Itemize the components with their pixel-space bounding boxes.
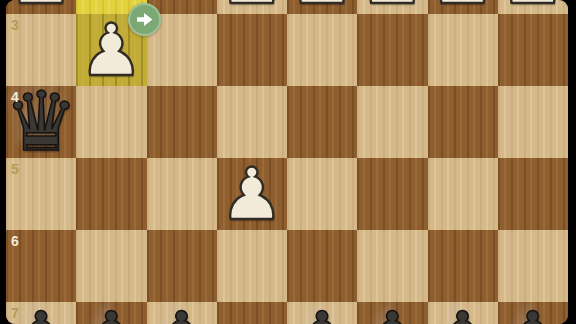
square-g5[interactable] xyxy=(76,158,146,230)
square-c6[interactable] xyxy=(357,230,427,302)
square-g6[interactable] xyxy=(76,230,146,302)
black-pawn: ♟ xyxy=(76,302,146,324)
white-pawn: ♟ xyxy=(217,158,287,230)
white-pawn: ♟ xyxy=(428,0,498,14)
square-e6[interactable] xyxy=(217,230,287,302)
square-e2[interactable]: ♟ xyxy=(217,0,287,14)
black-pawn: ♟ xyxy=(498,302,568,324)
square-h4[interactable]: 4♛ xyxy=(6,86,76,158)
square-b7[interactable]: ♟ xyxy=(428,302,498,324)
square-e3[interactable] xyxy=(217,14,287,86)
square-c5[interactable] xyxy=(357,158,427,230)
square-f6[interactable] xyxy=(147,230,217,302)
square-f4[interactable] xyxy=(147,86,217,158)
square-g7[interactable]: ♟ xyxy=(76,302,146,324)
white-pawn: ♟ xyxy=(6,0,76,14)
white-pawn: ♟ xyxy=(287,0,357,14)
square-d4[interactable] xyxy=(287,86,357,158)
square-e7[interactable] xyxy=(217,302,287,324)
square-h6[interactable]: 6 xyxy=(6,230,76,302)
square-b5[interactable] xyxy=(428,158,498,230)
screen-bezel-left xyxy=(0,0,6,324)
black-pawn: ♟ xyxy=(287,302,357,324)
white-pawn: ♟ xyxy=(357,0,427,14)
square-c7[interactable]: ♟ xyxy=(357,302,427,324)
square-h5[interactable]: 5 xyxy=(6,158,76,230)
square-e5[interactable]: ♟ xyxy=(217,158,287,230)
square-c2[interactable]: ♟ xyxy=(357,0,427,14)
square-f7[interactable]: ♟ xyxy=(147,302,217,324)
square-h7[interactable]: 7♟ xyxy=(6,302,76,324)
square-a5[interactable] xyxy=(498,158,568,230)
rank-label-6: 6 xyxy=(11,233,19,249)
black-pawn: ♟ xyxy=(357,302,427,324)
white-pawn: ♟ xyxy=(217,0,287,14)
black-pawn: ♟ xyxy=(428,302,498,324)
screen-bezel-right xyxy=(568,0,576,324)
square-b3[interactable] xyxy=(428,14,498,86)
square-h3[interactable]: 3 xyxy=(6,14,76,86)
rank-label-4: 4 xyxy=(11,89,19,105)
square-e4[interactable] xyxy=(217,86,287,158)
rank-label-5: 5 xyxy=(11,161,19,177)
square-b6[interactable] xyxy=(428,230,498,302)
black-pawn: ♟ xyxy=(147,302,217,324)
square-g4[interactable] xyxy=(76,86,146,158)
square-a4[interactable] xyxy=(498,86,568,158)
next-move-button[interactable] xyxy=(128,3,161,36)
square-a6[interactable] xyxy=(498,230,568,302)
board-grid: 1♜♞♝♚♛♝♞♜2♟♟♟♟♟♟3♟4♛5♟67♟♟♟♟♟♟♟8♜♞♝♚♝♞♜ xyxy=(6,0,568,324)
rank-label-7: 7 xyxy=(11,305,19,321)
white-pawn: ♟ xyxy=(498,0,568,14)
square-a7[interactable]: ♟ xyxy=(498,302,568,324)
square-d6[interactable] xyxy=(287,230,357,302)
square-d5[interactable] xyxy=(287,158,357,230)
square-f5[interactable] xyxy=(147,158,217,230)
square-d3[interactable] xyxy=(287,14,357,86)
arrow-right-icon xyxy=(134,9,155,30)
rank-label-3: 3 xyxy=(11,17,19,33)
square-b4[interactable] xyxy=(428,86,498,158)
square-d2[interactable]: ♟ xyxy=(287,0,357,14)
square-a2[interactable]: ♟ xyxy=(498,0,568,14)
square-a3[interactable] xyxy=(498,14,568,86)
square-b2[interactable]: ♟ xyxy=(428,0,498,14)
chess-board: 1♜♞♝♚♛♝♞♜2♟♟♟♟♟♟3♟4♛5♟67♟♟♟♟♟♟♟8♜♞♝♚♝♞♜ xyxy=(6,0,568,324)
square-c4[interactable] xyxy=(357,86,427,158)
square-h2[interactable]: 2♟ xyxy=(6,0,76,14)
square-d7[interactable]: ♟ xyxy=(287,302,357,324)
square-c3[interactable] xyxy=(357,14,427,86)
